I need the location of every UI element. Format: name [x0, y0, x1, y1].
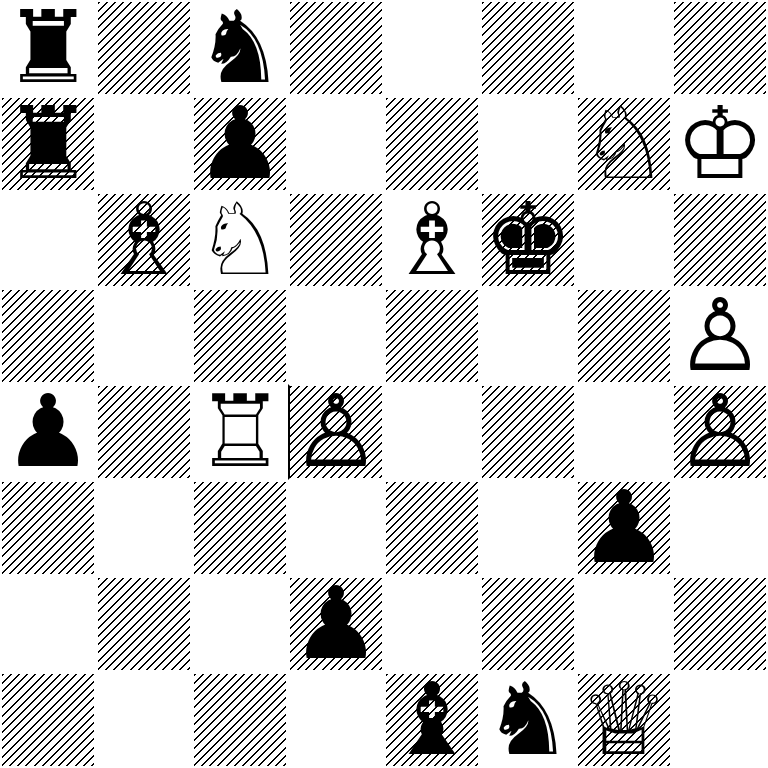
white-pawn-piece[interactable]: ♙ — [675, 384, 765, 480]
square-g7[interactable]: ♘ — [576, 96, 672, 192]
white-pawn-piece[interactable]: ♙ — [675, 288, 765, 384]
square-g8[interactable] — [576, 0, 672, 96]
square-h8[interactable] — [672, 0, 768, 96]
square-b5[interactable] — [96, 288, 192, 384]
square-d3[interactable] — [288, 480, 384, 576]
square-b8[interactable] — [96, 0, 192, 96]
square-e7[interactable] — [384, 96, 480, 192]
square-f6[interactable]: ♚ — [480, 192, 576, 288]
square-e6[interactable]: ♗ — [384, 192, 480, 288]
white-knight-piece[interactable]: ♘ — [195, 192, 285, 288]
square-c2[interactable] — [192, 576, 288, 672]
square-b1[interactable] — [96, 672, 192, 768]
black-pawn-piece[interactable]: ♟ — [291, 576, 381, 672]
white-rook-piece[interactable]: ♖ — [195, 384, 285, 480]
white-queen-piece[interactable]: ♕ — [579, 672, 669, 768]
square-a6[interactable] — [0, 192, 96, 288]
square-h4[interactable]: ♙ — [672, 384, 768, 480]
square-d4[interactable]: ♙ — [288, 384, 384, 480]
square-g6[interactable] — [576, 192, 672, 288]
square-h7[interactable]: ♔ — [672, 96, 768, 192]
square-c7[interactable]: ♟ — [192, 96, 288, 192]
square-a5[interactable] — [0, 288, 96, 384]
square-a3[interactable] — [0, 480, 96, 576]
black-bishop-piece[interactable]: ♝ — [387, 672, 477, 768]
square-d7[interactable] — [288, 96, 384, 192]
square-g3[interactable]: ♟ — [576, 480, 672, 576]
black-knight-piece[interactable]: ♞ — [195, 0, 285, 96]
square-b7[interactable] — [96, 96, 192, 192]
black-rook-piece[interactable]: ♜ — [3, 0, 93, 96]
square-c6[interactable]: ♘ — [192, 192, 288, 288]
square-f4[interactable] — [480, 384, 576, 480]
square-b3[interactable] — [96, 480, 192, 576]
square-d1[interactable] — [288, 672, 384, 768]
square-f8[interactable] — [480, 0, 576, 96]
square-f1[interactable]: ♞ — [480, 672, 576, 768]
square-a4[interactable]: ♟ — [0, 384, 96, 480]
square-g4[interactable] — [576, 384, 672, 480]
square-a8[interactable]: ♜ — [0, 0, 96, 96]
square-g5[interactable] — [576, 288, 672, 384]
square-b2[interactable] — [96, 576, 192, 672]
square-d8[interactable] — [288, 0, 384, 96]
black-pawn-piece[interactable]: ♟ — [579, 480, 669, 576]
square-f5[interactable] — [480, 288, 576, 384]
square-h5[interactable]: ♙ — [672, 288, 768, 384]
black-pawn-piece[interactable]: ♟ — [3, 384, 93, 480]
square-a2[interactable] — [0, 576, 96, 672]
square-h6[interactable] — [672, 192, 768, 288]
white-king-piece[interactable]: ♔ — [675, 96, 765, 192]
square-c4[interactable]: ♖ — [192, 384, 288, 480]
square-c3[interactable] — [192, 480, 288, 576]
black-knight-piece[interactable]: ♞ — [483, 672, 573, 768]
square-e3[interactable] — [384, 480, 480, 576]
square-b6[interactable]: ♗ — [96, 192, 192, 288]
square-c8[interactable]: ♞ — [192, 0, 288, 96]
white-pawn-piece[interactable]: ♙ — [291, 384, 381, 480]
white-bishop-piece[interactable]: ♗ — [387, 192, 477, 288]
square-f3[interactable] — [480, 480, 576, 576]
white-bishop-piece[interactable]: ♗ — [99, 192, 189, 288]
square-a7[interactable]: ♜ — [0, 96, 96, 192]
square-h3[interactable] — [672, 480, 768, 576]
square-h2[interactable] — [672, 576, 768, 672]
square-e8[interactable] — [384, 0, 480, 96]
square-g2[interactable] — [576, 576, 672, 672]
chess-board: ♜♞♜♟♘♔♗♘♗♚♙♟♖♙♙♟♟♝♞♕ — [0, 0, 768, 768]
square-c5[interactable] — [192, 288, 288, 384]
black-rook-piece[interactable]: ♜ — [3, 96, 93, 192]
square-f7[interactable] — [480, 96, 576, 192]
square-c1[interactable] — [192, 672, 288, 768]
square-d6[interactable] — [288, 192, 384, 288]
black-king-piece[interactable]: ♚ — [483, 192, 573, 288]
square-d5[interactable] — [288, 288, 384, 384]
square-f2[interactable] — [480, 576, 576, 672]
square-e5[interactable] — [384, 288, 480, 384]
square-h1[interactable] — [672, 672, 768, 768]
square-b4[interactable] — [96, 384, 192, 480]
square-e1[interactable]: ♝ — [384, 672, 480, 768]
square-a1[interactable] — [0, 672, 96, 768]
white-knight-piece[interactable]: ♘ — [579, 96, 669, 192]
black-pawn-piece[interactable]: ♟ — [195, 96, 285, 192]
square-d2[interactable]: ♟ — [288, 576, 384, 672]
square-e4[interactable] — [384, 384, 480, 480]
square-e2[interactable] — [384, 576, 480, 672]
square-g1[interactable]: ♕ — [576, 672, 672, 768]
